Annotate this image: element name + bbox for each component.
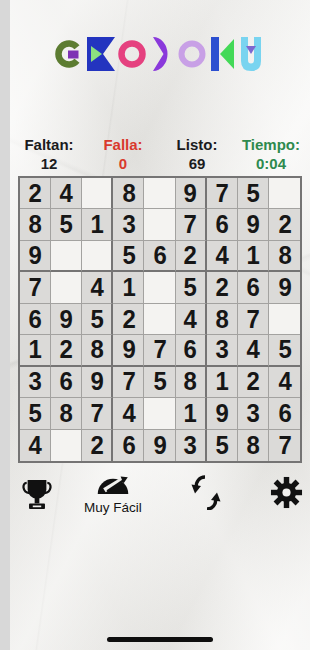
cell-digit: 6 <box>122 430 134 461</box>
restart-button[interactable] <box>190 474 222 514</box>
cell-digit: 8 <box>247 430 259 461</box>
cell-digit: 6 <box>184 335 196 365</box>
cell-digit: 5 <box>29 398 41 429</box>
stat-tiempo-value: 0:04 <box>234 156 308 171</box>
sudoku-cell-r4c7[interactable]: 2 <box>207 272 238 303</box>
cell-digit: 4 <box>216 241 228 271</box>
sudoku-cell-r9c8[interactable]: 8 <box>238 430 269 461</box>
sudoku-cell-r8c9[interactable]: 6 <box>269 398 300 429</box>
sudoku-cell-r6c3[interactable]: 8 <box>82 335 113 366</box>
cell-digit: 1 <box>247 241 259 271</box>
cell-digit: 7 <box>278 430 290 461</box>
sudoku-cell-r1c4[interactable]: 8 <box>113 178 144 209</box>
sudoku-cell-r2c2[interactable]: 5 <box>51 209 82 240</box>
stat-falla-label: Falla: <box>86 137 160 152</box>
cell-digit: 6 <box>29 304 41 335</box>
cell-digit: 9 <box>184 178 196 209</box>
sudoku-board: 2489758513769295624187415269695248712897… <box>18 176 302 463</box>
sudoku-cell-r4c4[interactable]: 1 <box>113 272 144 303</box>
cell-digit: 9 <box>216 398 228 429</box>
cell-digit: 2 <box>122 304 134 335</box>
stat-faltan-value: 12 <box>12 156 86 171</box>
stats-bar: Faltan: 12 Falla: 0 Listo: 69 Tiempo: 0:… <box>12 137 308 171</box>
sudoku-cell-r8c3[interactable]: 7 <box>82 398 113 429</box>
sudoku-cell-r1c2[interactable]: 4 <box>51 178 82 209</box>
cell-digit: 5 <box>247 178 259 209</box>
cell-digit: 8 <box>216 304 228 335</box>
cell-digit: 2 <box>247 367 259 398</box>
sudoku-cell-r7c6[interactable]: 8 <box>176 367 207 398</box>
sudoku-cell-r3c7[interactable]: 4 <box>207 241 238 272</box>
cell-digit: 3 <box>247 398 259 429</box>
sudoku-cell-r8c2[interactable]: 8 <box>51 398 82 429</box>
cell-digit: 1 <box>29 335 41 365</box>
cell-digit: 6 <box>247 272 259 303</box>
sudoku-cell-r9c3[interactable]: 2 <box>82 430 113 461</box>
cell-digit: 3 <box>122 209 134 240</box>
stat-listo: Listo: 69 <box>160 137 234 171</box>
sudoku-cell-r2c8[interactable]: 9 <box>238 209 269 240</box>
cell-digit: 3 <box>216 335 228 365</box>
cell-digit: 6 <box>153 241 165 271</box>
stat-falla: Falla: 0 <box>86 137 160 171</box>
cell-digit: 4 <box>184 304 196 335</box>
cell-digit: 7 <box>122 367 134 398</box>
cell-digit: 5 <box>184 272 196 303</box>
sudoku-cell-r9c6[interactable]: 3 <box>176 430 207 461</box>
sudoku-cell-r7c5[interactable]: 5 <box>144 367 175 398</box>
cell-digit: 2 <box>184 241 196 271</box>
cell-digit: 4 <box>278 367 290 398</box>
cell-digit: 5 <box>153 367 165 398</box>
cell-digit: 8 <box>278 241 290 271</box>
sudoku-cell-r2c6[interactable]: 7 <box>176 209 207 240</box>
cell-digit: 3 <box>29 367 41 398</box>
cell-digit: 7 <box>153 335 165 365</box>
sudoku-cell-r1c3[interactable] <box>82 178 113 209</box>
logo-letter-u <box>237 35 265 73</box>
cell-digit: 3 <box>184 430 196 461</box>
sudoku-cell-r7c1[interactable]: 3 <box>20 367 51 398</box>
logo-letter-o2 <box>177 35 207 73</box>
stat-listo-label: Listo: <box>160 137 234 152</box>
cell-digit: 2 <box>29 178 41 209</box>
sudoku-cell-r2c4[interactable]: 3 <box>113 209 144 240</box>
sudoku-cell-r5c7[interactable]: 8 <box>207 304 238 335</box>
sudoku-cell-r8c1[interactable]: 5 <box>20 398 51 429</box>
sudoku-cell-r5c2[interactable]: 9 <box>51 304 82 335</box>
sudoku-cell-r6c5[interactable]: 7 <box>144 335 175 366</box>
cell-digit: 4 <box>60 178 72 209</box>
cell-digit: 9 <box>122 335 134 365</box>
sudoku-cell-r2c5[interactable] <box>144 209 175 240</box>
sudoku-cell-r4c3[interactable]: 4 <box>82 272 113 303</box>
sudoku-cell-r4c5[interactable] <box>144 272 175 303</box>
settings-button[interactable] <box>270 476 303 513</box>
stat-faltan-label: Faltan: <box>12 137 86 152</box>
sudoku-cell-r7c2[interactable]: 6 <box>51 367 82 398</box>
sudoku-cell-r3c5[interactable]: 6 <box>144 241 175 272</box>
cell-digit: 7 <box>29 272 41 303</box>
sudoku-cell-r4c8[interactable]: 6 <box>238 272 269 303</box>
trophy-button[interactable] <box>22 476 52 516</box>
stat-falla-value: 0 <box>86 156 160 171</box>
sudoku-cell-r6c7[interactable]: 3 <box>207 335 238 366</box>
cell-digit: 8 <box>29 209 41 240</box>
sudoku-cell-r2c9[interactable]: 2 <box>269 209 300 240</box>
cell-digit: 8 <box>184 367 196 398</box>
sudoku-cell-r1c7[interactable]: 7 <box>207 178 238 209</box>
cell-digit: 9 <box>60 304 72 335</box>
cell-digit: 9 <box>153 430 165 461</box>
logo-letter-d <box>148 35 176 73</box>
sudoku-cell-r3c2[interactable] <box>51 241 82 272</box>
sudoku-cell-r9c7[interactable]: 5 <box>207 430 238 461</box>
sudoku-cell-r7c7[interactable]: 1 <box>207 367 238 398</box>
sudoku-cell-r1c1[interactable]: 2 <box>20 178 51 209</box>
sudoku-cell-r5c5[interactable] <box>144 304 175 335</box>
home-indicator[interactable] <box>107 637 213 642</box>
cell-digit: 6 <box>278 398 290 429</box>
cell-digit: 8 <box>122 178 134 209</box>
sudoku-cell-r6c1[interactable]: 1 <box>20 335 51 366</box>
sudoku-cell-r4c6[interactable]: 5 <box>176 272 207 303</box>
sudoku-cell-r1c9[interactable] <box>269 178 300 209</box>
sudoku-cell-r9c2[interactable] <box>51 430 82 461</box>
cell-digit: 1 <box>91 209 103 240</box>
cell-digit: 7 <box>216 178 228 209</box>
cell-digit: 1 <box>184 398 196 429</box>
sudoku-cell-r9c4[interactable]: 6 <box>113 430 144 461</box>
stat-tiempo: Tiempo: 0:04 <box>234 137 308 171</box>
sudoku-cell-r9c9[interactable]: 7 <box>269 430 300 461</box>
sudoku-cell-r3c9[interactable]: 8 <box>269 241 300 272</box>
cell-digit: 1 <box>216 367 228 398</box>
sudoku-cell-r8c5[interactable] <box>144 398 175 429</box>
cell-digit: 1 <box>122 272 134 303</box>
cell-digit: 9 <box>91 367 103 398</box>
sudoku-cell-r1c6[interactable]: 9 <box>176 178 207 209</box>
sudoku-cell-r6c9[interactable]: 5 <box>269 335 300 366</box>
gauge-icon <box>95 481 131 498</box>
stat-tiempo-label: Tiempo: <box>234 137 308 152</box>
sudoku-cell-r9c1[interactable]: 4 <box>20 430 51 461</box>
cell-digit: 4 <box>91 272 103 303</box>
cell-digit: 8 <box>60 398 72 429</box>
sudoku-cell-r3c4[interactable]: 5 <box>113 241 144 272</box>
sudoku-cell-r6c8[interactable]: 4 <box>238 335 269 366</box>
logo-letter-o1 <box>117 35 147 73</box>
sudoku-cell-r5c6[interactable]: 4 <box>176 304 207 335</box>
cell-digit: 4 <box>247 335 259 365</box>
cell-digit: 2 <box>278 209 290 240</box>
sudoku-cell-r1c5[interactable] <box>144 178 175 209</box>
app-screen: Faltan: 12 Falla: 0 Listo: 69 Tiempo: 0:… <box>10 0 310 650</box>
cell-digit: 2 <box>216 272 228 303</box>
sudoku-cell-r1c8[interactable]: 5 <box>238 178 269 209</box>
sudoku-cell-r9c5[interactable]: 9 <box>144 430 175 461</box>
gear-icon <box>270 495 303 512</box>
sudoku-cell-r5c9[interactable] <box>269 304 300 335</box>
sudoku-cell-r7c9[interactable]: 4 <box>269 367 300 398</box>
logo-letter-g <box>55 35 85 73</box>
sudoku-cell-r3c1[interactable]: 9 <box>20 241 51 272</box>
difficulty-label: Muy Fácil <box>78 500 148 515</box>
sudoku-cell-r4c9[interactable]: 9 <box>269 272 300 303</box>
difficulty-button[interactable]: Muy Fácil <box>78 474 148 515</box>
cell-digit: 4 <box>29 430 41 461</box>
sudoku-cell-r4c2[interactable] <box>51 272 82 303</box>
cell-digit: 6 <box>216 209 228 240</box>
sudoku-cell-r8c6[interactable]: 1 <box>176 398 207 429</box>
sudoku-cell-r6c4[interactable]: 9 <box>113 335 144 366</box>
cell-digit: 5 <box>216 430 228 461</box>
sudoku-cell-r7c3[interactable]: 9 <box>82 367 113 398</box>
sudoku-cell-r2c1[interactable]: 8 <box>20 209 51 240</box>
cell-digit: 9 <box>278 272 290 303</box>
cell-digit: 4 <box>122 398 134 429</box>
cell-digit: 8 <box>91 335 103 365</box>
sudoku-cell-r8c7[interactable]: 9 <box>207 398 238 429</box>
cell-digit: 9 <box>247 209 259 240</box>
sudoku-cell-r6c6[interactable]: 6 <box>176 335 207 366</box>
sudoku-cell-r3c6[interactable]: 2 <box>176 241 207 272</box>
sudoku-cell-r6c2[interactable]: 2 <box>51 335 82 366</box>
sudoku-cell-r2c3[interactable]: 1 <box>82 209 113 240</box>
sudoku-cell-r5c8[interactable]: 7 <box>238 304 269 335</box>
cell-digit: 7 <box>91 398 103 429</box>
cell-digit: 5 <box>91 304 103 335</box>
cell-digit: 5 <box>60 209 72 240</box>
cell-digit: 5 <box>278 335 290 365</box>
cell-digit: 2 <box>60 335 72 365</box>
cell-digit: 2 <box>91 430 103 461</box>
cell-digit: 9 <box>29 241 41 271</box>
cell-digit: 5 <box>122 241 134 271</box>
sudoku-cell-r5c1[interactable]: 6 <box>20 304 51 335</box>
app-logo <box>10 35 310 73</box>
sudoku-cell-r7c8[interactable]: 2 <box>238 367 269 398</box>
restart-icon <box>190 496 222 513</box>
sudoku-cell-r2c7[interactable]: 6 <box>207 209 238 240</box>
cell-digit: 7 <box>247 304 259 335</box>
logo-letter-k <box>208 35 236 73</box>
stat-faltan: Faltan: 12 <box>12 137 86 171</box>
sudoku-cell-r8c8[interactable]: 3 <box>238 398 269 429</box>
trophy-icon <box>22 498 52 515</box>
cell-digit: 7 <box>184 209 196 240</box>
bottom-toolbar: Muy Fácil <box>10 472 310 524</box>
logo-letter-e <box>86 35 116 73</box>
sudoku-cell-r8c4[interactable]: 4 <box>113 398 144 429</box>
cell-digit: 6 <box>60 367 72 398</box>
sudoku-cell-r7c4[interactable]: 7 <box>113 367 144 398</box>
stat-listo-value: 69 <box>160 156 234 171</box>
sudoku-cell-r4c1[interactable]: 7 <box>20 272 51 303</box>
sudoku-cell-r3c8[interactable]: 1 <box>238 241 269 272</box>
sudoku-cell-r3c3[interactable] <box>82 241 113 272</box>
sudoku-cell-r5c4[interactable]: 2 <box>113 304 144 335</box>
sudoku-cell-r5c3[interactable]: 5 <box>82 304 113 335</box>
